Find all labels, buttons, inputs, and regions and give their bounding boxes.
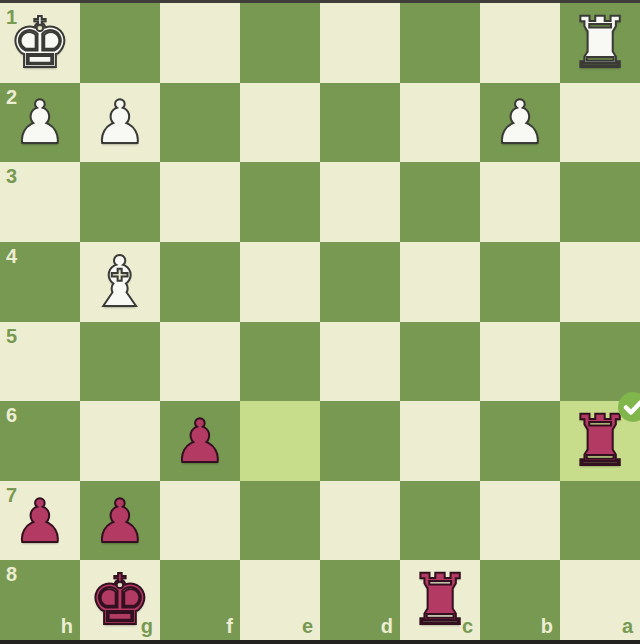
square-e5[interactable] (240, 322, 320, 402)
square-a4[interactable] (560, 242, 640, 322)
white-pawn[interactable]: ♟ (493, 92, 547, 152)
square-d4[interactable] (320, 242, 400, 322)
square-f5[interactable] (160, 322, 240, 402)
square-d7[interactable] (320, 481, 400, 561)
square-f3[interactable] (160, 162, 240, 242)
square-d8[interactable]: d (320, 560, 400, 640)
square-f7[interactable] (160, 481, 240, 561)
square-d3[interactable] (320, 162, 400, 242)
white-pawn[interactable]: ♟ (13, 92, 67, 152)
square-b4[interactable] (480, 242, 560, 322)
square-e8[interactable]: e (240, 560, 320, 640)
square-c1[interactable] (400, 3, 480, 83)
white-king[interactable]: ♚ (9, 8, 72, 78)
black-king[interactable]: ♚ (89, 565, 152, 635)
square-g8[interactable]: g♚ (80, 560, 160, 640)
file-label-a: a (622, 615, 633, 638)
square-h8[interactable]: 8h (0, 560, 80, 640)
square-e7[interactable] (240, 481, 320, 561)
square-d5[interactable] (320, 322, 400, 402)
square-c2[interactable] (400, 83, 480, 163)
file-label-d: d (381, 615, 393, 638)
square-d6[interactable] (320, 401, 400, 481)
black-pawn[interactable]: ♟ (93, 491, 147, 551)
square-e2[interactable] (240, 83, 320, 163)
square-e6[interactable] (240, 401, 320, 481)
square-d2[interactable] (320, 83, 400, 163)
black-rook[interactable]: ♜ (409, 565, 472, 635)
square-c3[interactable] (400, 162, 480, 242)
square-g4[interactable]: ♝ (80, 242, 160, 322)
square-a3[interactable] (560, 162, 640, 242)
square-f8[interactable]: f (160, 560, 240, 640)
square-c7[interactable] (400, 481, 480, 561)
square-d1[interactable] (320, 3, 400, 83)
square-a7[interactable] (560, 481, 640, 561)
square-g2[interactable]: ♟ (80, 83, 160, 163)
square-b1[interactable] (480, 3, 560, 83)
square-e4[interactable] (240, 242, 320, 322)
rank-label-4: 4 (6, 245, 17, 268)
rank-label-5: 5 (6, 325, 17, 348)
square-a5[interactable] (560, 322, 640, 402)
square-e3[interactable] (240, 162, 320, 242)
square-g5[interactable] (80, 322, 160, 402)
square-b3[interactable] (480, 162, 560, 242)
square-h7[interactable]: 7♟ (0, 481, 80, 561)
file-label-e: e (302, 615, 313, 638)
square-g6[interactable] (80, 401, 160, 481)
square-h3[interactable]: 3 (0, 162, 80, 242)
square-c4[interactable] (400, 242, 480, 322)
square-a1[interactable]: ♜ (560, 3, 640, 83)
square-c5[interactable] (400, 322, 480, 402)
black-pawn[interactable]: ♟ (13, 491, 67, 551)
file-label-b: b (541, 615, 553, 638)
square-g7[interactable]: ♟ (80, 481, 160, 561)
square-b8[interactable]: b (480, 560, 560, 640)
square-f4[interactable] (160, 242, 240, 322)
square-c6[interactable] (400, 401, 480, 481)
rank-label-8: 8 (6, 563, 17, 586)
square-f1[interactable] (160, 3, 240, 83)
square-f6[interactable]: ♟ (160, 401, 240, 481)
square-h6[interactable]: 6 (0, 401, 80, 481)
square-a8[interactable]: a (560, 560, 640, 640)
square-b7[interactable] (480, 481, 560, 561)
white-bishop[interactable]: ♝ (89, 247, 152, 317)
square-b5[interactable] (480, 322, 560, 402)
square-f2[interactable] (160, 83, 240, 163)
file-label-h: h (61, 615, 73, 638)
square-h4[interactable]: 4 (0, 242, 80, 322)
white-pawn[interactable]: ♟ (93, 92, 147, 152)
black-pawn[interactable]: ♟ (173, 411, 227, 471)
white-rook[interactable]: ♜ (569, 8, 632, 78)
chess-board: 1♚♜2♟♟♟34♝56♟♜7♟♟8hg♚fedc♜ba (0, 3, 640, 640)
square-h2[interactable]: 2♟ (0, 83, 80, 163)
file-label-f: f (226, 615, 233, 638)
correct-move-check-icon (617, 391, 640, 423)
rank-label-6: 6 (6, 404, 17, 427)
square-a2[interactable] (560, 83, 640, 163)
square-h1[interactable]: 1♚ (0, 3, 80, 83)
square-g3[interactable] (80, 162, 160, 242)
rank-label-3: 3 (6, 165, 17, 188)
square-g1[interactable] (80, 3, 160, 83)
square-e1[interactable] (240, 3, 320, 83)
square-h5[interactable]: 5 (0, 322, 80, 402)
square-b2[interactable]: ♟ (480, 83, 560, 163)
square-b6[interactable] (480, 401, 560, 481)
square-a6[interactable]: ♜ (560, 401, 640, 481)
square-c8[interactable]: c♜ (400, 560, 480, 640)
